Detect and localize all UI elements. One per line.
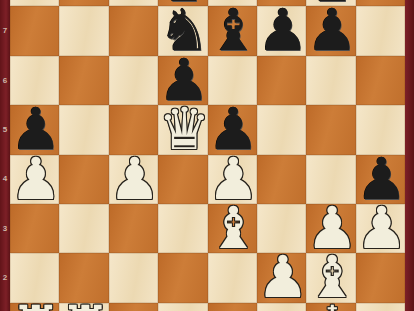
chess-diagram: ♛♚♞♝♟♟♟♟♛♟♟♟♟♟♝♟♟♟♝♜♜♚ 765432: [0, 0, 414, 311]
square-b1[interactable]: ♜: [59, 303, 108, 311]
square-a3[interactable]: [10, 204, 59, 253]
square-a1[interactable]: ♜: [10, 303, 59, 311]
square-b5[interactable]: [59, 105, 108, 154]
square-a2[interactable]: [10, 253, 59, 302]
square-e5[interactable]: ♟: [208, 105, 257, 154]
square-d3[interactable]: [158, 204, 207, 253]
board-border-left: 765432: [0, 0, 10, 311]
white-bishop: ♝: [208, 204, 257, 253]
black-pawn: ♟: [208, 105, 257, 154]
rank-label-2: 2: [0, 274, 10, 282]
square-e7[interactable]: ♝: [208, 6, 257, 55]
square-a5[interactable]: ♟: [10, 105, 59, 154]
white-king: ♚: [306, 303, 355, 311]
black-pawn: ♟: [257, 6, 306, 55]
square-e3[interactable]: ♝: [208, 204, 257, 253]
square-f6[interactable]: [257, 56, 306, 105]
square-d7[interactable]: ♞: [158, 6, 207, 55]
rank-label-3: 3: [0, 225, 10, 233]
square-f1[interactable]: [257, 303, 306, 311]
white-pawn: ♟: [109, 155, 158, 204]
rank-label-6: 6: [0, 77, 10, 85]
square-d6[interactable]: ♟: [158, 56, 207, 105]
square-b6[interactable]: [59, 56, 108, 105]
square-g5[interactable]: [306, 105, 355, 154]
square-b3[interactable]: [59, 204, 108, 253]
rank-label-4: 4: [0, 175, 10, 183]
square-f3[interactable]: [257, 204, 306, 253]
black-pawn: ♟: [158, 56, 207, 105]
square-b2[interactable]: [59, 253, 108, 302]
square-e2[interactable]: [208, 253, 257, 302]
square-d2[interactable]: [158, 253, 207, 302]
square-c1[interactable]: [109, 303, 158, 311]
square-f7[interactable]: ♟: [257, 6, 306, 55]
board-border-right: [405, 0, 414, 311]
square-g6[interactable]: [306, 56, 355, 105]
black-pawn: ♟: [10, 105, 59, 154]
square-b7[interactable]: [59, 6, 108, 55]
white-pawn: ♟: [208, 155, 257, 204]
square-f5[interactable]: [257, 105, 306, 154]
square-a7[interactable]: [10, 6, 59, 55]
square-d4[interactable]: [158, 155, 207, 204]
white-pawn: ♟: [306, 204, 355, 253]
square-d5[interactable]: ♛: [158, 105, 207, 154]
square-h7[interactable]: [356, 6, 405, 55]
square-c5[interactable]: [109, 105, 158, 154]
black-pawn: ♟: [306, 6, 355, 55]
square-d1[interactable]: [158, 303, 207, 311]
square-c7[interactable]: [109, 6, 158, 55]
white-bishop: ♝: [306, 253, 355, 302]
square-e4[interactable]: ♟: [208, 155, 257, 204]
square-g7[interactable]: ♟: [306, 6, 355, 55]
white-pawn: ♟: [10, 155, 59, 204]
square-h2[interactable]: [356, 253, 405, 302]
white-pawn: ♟: [356, 204, 405, 253]
square-g3[interactable]: ♟: [306, 204, 355, 253]
square-h4[interactable]: ♟: [356, 155, 405, 204]
square-c4[interactable]: ♟: [109, 155, 158, 204]
square-h3[interactable]: ♟: [356, 204, 405, 253]
square-e1[interactable]: [208, 303, 257, 311]
square-h6[interactable]: [356, 56, 405, 105]
white-rook: ♜: [59, 303, 108, 311]
white-pawn: ♟: [257, 253, 306, 302]
square-b4[interactable]: [59, 155, 108, 204]
chess-board: ♛♚♞♝♟♟♟♟♛♟♟♟♟♟♝♟♟♟♝♜♜♚: [10, 0, 405, 311]
square-g1[interactable]: ♚: [306, 303, 355, 311]
square-a4[interactable]: ♟: [10, 155, 59, 204]
square-a6[interactable]: [10, 56, 59, 105]
square-e6[interactable]: [208, 56, 257, 105]
black-pawn: ♟: [356, 155, 405, 204]
black-knight: ♞: [158, 6, 207, 55]
black-bishop: ♝: [208, 6, 257, 55]
square-c6[interactable]: [109, 56, 158, 105]
square-g4[interactable]: [306, 155, 355, 204]
square-h1[interactable]: [356, 303, 405, 311]
square-c3[interactable]: [109, 204, 158, 253]
square-f4[interactable]: [257, 155, 306, 204]
white-rook: ♜: [10, 303, 59, 311]
rank-label-5: 5: [0, 126, 10, 134]
square-c2[interactable]: [109, 253, 158, 302]
square-f2[interactable]: ♟: [257, 253, 306, 302]
square-h5[interactable]: [356, 105, 405, 154]
rank-label-7: 7: [0, 27, 10, 35]
white-queen: ♛: [158, 105, 207, 154]
square-g2[interactable]: ♝: [306, 253, 355, 302]
